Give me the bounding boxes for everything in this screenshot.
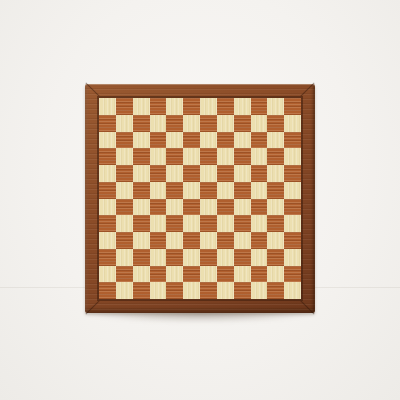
board-square-r3c11[interactable] <box>267 132 284 149</box>
board-square-r1c4[interactable] <box>150 98 167 115</box>
board-square-r6c2[interactable] <box>116 182 133 199</box>
board-square-r6c7[interactable] <box>200 182 217 199</box>
board-square-r7c10[interactable] <box>251 199 268 216</box>
board-square-r5c5[interactable] <box>166 165 183 182</box>
board-square-r5c6[interactable] <box>183 165 200 182</box>
board-square-r11c5[interactable] <box>166 266 183 283</box>
board-square-r5c7[interactable] <box>200 165 217 182</box>
board-square-r3c4[interactable] <box>150 132 167 149</box>
board-square-r10c3[interactable] <box>133 249 150 266</box>
board-square-r2c3[interactable] <box>133 115 150 132</box>
board-square-r6c9[interactable] <box>234 182 251 199</box>
board-square-r6c4[interactable] <box>150 182 167 199</box>
board-square-r4c5[interactable] <box>166 148 183 165</box>
board-square-r7c4[interactable] <box>150 199 167 216</box>
board-square-r2c9[interactable] <box>234 115 251 132</box>
board-square-r8c10[interactable] <box>251 215 268 232</box>
photo-background <box>0 0 400 400</box>
board-square-r12c8[interactable] <box>217 282 234 299</box>
game-board <box>85 84 315 313</box>
board-square-r12c11[interactable] <box>267 282 284 299</box>
board-square-r11c9[interactable] <box>234 266 251 283</box>
board-square-r3c3[interactable] <box>133 132 150 149</box>
board-square-r9c3[interactable] <box>133 232 150 249</box>
board-square-r7c11[interactable] <box>267 199 284 216</box>
board-square-r8c3[interactable] <box>133 215 150 232</box>
board-square-r10c10[interactable] <box>251 249 268 266</box>
board-square-r1c11[interactable] <box>267 98 284 115</box>
board-square-r6c8[interactable] <box>217 182 234 199</box>
board-square-r12c5[interactable] <box>166 282 183 299</box>
board-square-r1c8[interactable] <box>217 98 234 115</box>
board-square-r11c4[interactable] <box>150 266 167 283</box>
board-square-r11c3[interactable] <box>133 266 150 283</box>
board-square-r2c11[interactable] <box>267 115 284 132</box>
board-square-r2c6[interactable] <box>183 115 200 132</box>
board-square-r2c5[interactable] <box>166 115 183 132</box>
board-square-r11c1[interactable] <box>99 266 116 283</box>
board-square-r10c4[interactable] <box>150 249 167 266</box>
board-square-r11c10[interactable] <box>251 266 268 283</box>
board-square-r3c6[interactable] <box>183 132 200 149</box>
board-square-r11c12[interactable] <box>284 266 301 283</box>
board-square-r5c1[interactable] <box>99 165 116 182</box>
board-square-r5c9[interactable] <box>234 165 251 182</box>
board-square-r8c9[interactable] <box>234 215 251 232</box>
board-square-r7c1[interactable] <box>99 199 116 216</box>
board-square-r9c10[interactable] <box>251 232 268 249</box>
board-square-r9c12[interactable] <box>284 232 301 249</box>
board-square-r10c5[interactable] <box>166 249 183 266</box>
board-square-r9c6[interactable] <box>183 232 200 249</box>
miter-seam-bottom-right <box>300 300 314 314</box>
board-square-r2c2[interactable] <box>116 115 133 132</box>
board-square-r3c7[interactable] <box>200 132 217 149</box>
board-square-r9c8[interactable] <box>217 232 234 249</box>
board-square-r6c11[interactable] <box>267 182 284 199</box>
board-square-r8c11[interactable] <box>267 215 284 232</box>
board-square-r6c6[interactable] <box>183 182 200 199</box>
board-square-r3c10[interactable] <box>251 132 268 149</box>
miter-seam-top-left <box>85 82 99 96</box>
board-square-r12c1[interactable] <box>99 282 116 299</box>
board-square-r6c1[interactable] <box>99 182 116 199</box>
board-square-r7c12[interactable] <box>284 199 301 216</box>
board-grid <box>99 98 301 299</box>
board-square-r12c12[interactable] <box>284 282 301 299</box>
board-square-r5c3[interactable] <box>133 165 150 182</box>
board-square-r6c12[interactable] <box>284 182 301 199</box>
board-square-r10c6[interactable] <box>183 249 200 266</box>
board-square-r1c12[interactable] <box>284 98 301 115</box>
board-square-r9c1[interactable] <box>99 232 116 249</box>
board-square-r9c7[interactable] <box>200 232 217 249</box>
board-square-r4c8[interactable] <box>217 148 234 165</box>
board-square-r6c10[interactable] <box>251 182 268 199</box>
board-square-r9c11[interactable] <box>267 232 284 249</box>
board-square-r7c2[interactable] <box>116 199 133 216</box>
board-square-r7c6[interactable] <box>183 199 200 216</box>
board-square-r5c2[interactable] <box>116 165 133 182</box>
board-square-r4c11[interactable] <box>267 148 284 165</box>
board-square-r8c7[interactable] <box>200 215 217 232</box>
board-square-r10c11[interactable] <box>267 249 284 266</box>
board-square-r1c2[interactable] <box>116 98 133 115</box>
board-square-r5c10[interactable] <box>251 165 268 182</box>
board-square-r8c5[interactable] <box>166 215 183 232</box>
board-square-r12c2[interactable] <box>116 282 133 299</box>
board-square-r12c9[interactable] <box>234 282 251 299</box>
board-square-r9c9[interactable] <box>234 232 251 249</box>
board-square-r7c9[interactable] <box>234 199 251 216</box>
board-square-r7c3[interactable] <box>133 199 150 216</box>
board-square-r1c7[interactable] <box>200 98 217 115</box>
board-square-r1c3[interactable] <box>133 98 150 115</box>
board-square-r9c2[interactable] <box>116 232 133 249</box>
board-square-r5c12[interactable] <box>284 165 301 182</box>
board-square-r1c9[interactable] <box>234 98 251 115</box>
board-square-r4c1[interactable] <box>99 148 116 165</box>
board-square-r11c7[interactable] <box>200 266 217 283</box>
board-square-r9c4[interactable] <box>150 232 167 249</box>
board-square-r3c1[interactable] <box>99 132 116 149</box>
board-square-r12c10[interactable] <box>251 282 268 299</box>
board-square-r11c11[interactable] <box>267 266 284 283</box>
board-square-r10c8[interactable] <box>217 249 234 266</box>
board-square-r2c12[interactable] <box>284 115 301 132</box>
board-square-r8c4[interactable] <box>150 215 167 232</box>
board-square-r2c7[interactable] <box>200 115 217 132</box>
board-square-r4c3[interactable] <box>133 148 150 165</box>
board-square-r2c10[interactable] <box>251 115 268 132</box>
board-square-r11c2[interactable] <box>116 266 133 283</box>
board-square-r4c2[interactable] <box>116 148 133 165</box>
board-square-r5c4[interactable] <box>150 165 167 182</box>
board-square-r8c6[interactable] <box>183 215 200 232</box>
board-square-r8c12[interactable] <box>284 215 301 232</box>
board-square-r4c4[interactable] <box>150 148 167 165</box>
board-square-r7c5[interactable] <box>166 199 183 216</box>
miter-seam-bottom-left <box>85 300 99 314</box>
board-square-r4c10[interactable] <box>251 148 268 165</box>
board-square-r9c5[interactable] <box>166 232 183 249</box>
board-square-r10c7[interactable] <box>200 249 217 266</box>
board-square-r1c10[interactable] <box>251 98 268 115</box>
board-square-r2c1[interactable] <box>99 115 116 132</box>
board-square-r1c1[interactable] <box>99 98 116 115</box>
board-square-r5c8[interactable] <box>217 165 234 182</box>
board-square-r5c11[interactable] <box>267 165 284 182</box>
board-square-r4c9[interactable] <box>234 148 251 165</box>
board-square-r12c7[interactable] <box>200 282 217 299</box>
board-square-r3c2[interactable] <box>116 132 133 149</box>
board-square-r2c8[interactable] <box>217 115 234 132</box>
board-square-r3c5[interactable] <box>166 132 183 149</box>
board-square-r11c8[interactable] <box>217 266 234 283</box>
board-square-r3c9[interactable] <box>234 132 251 149</box>
board-square-r8c8[interactable] <box>217 215 234 232</box>
board-square-r10c1[interactable] <box>99 249 116 266</box>
board-square-r10c9[interactable] <box>234 249 251 266</box>
board-square-r7c8[interactable] <box>217 199 234 216</box>
board-square-r8c1[interactable] <box>99 215 116 232</box>
miter-seam-top-right <box>300 82 314 96</box>
board-square-r1c6[interactable] <box>183 98 200 115</box>
board-square-r3c8[interactable] <box>217 132 234 149</box>
board-square-r7c7[interactable] <box>200 199 217 216</box>
board-square-r6c5[interactable] <box>166 182 183 199</box>
board-square-r12c4[interactable] <box>150 282 167 299</box>
board-square-r4c12[interactable] <box>284 148 301 165</box>
board-square-r4c7[interactable] <box>200 148 217 165</box>
board-square-r2c4[interactable] <box>150 115 167 132</box>
board-square-r3c12[interactable] <box>284 132 301 149</box>
board-square-r1c5[interactable] <box>166 98 183 115</box>
board-square-r4c6[interactable] <box>183 148 200 165</box>
board-square-r10c2[interactable] <box>116 249 133 266</box>
board-square-r6c3[interactable] <box>133 182 150 199</box>
board-square-r12c3[interactable] <box>133 282 150 299</box>
board-square-r12c6[interactable] <box>183 282 200 299</box>
board-square-r8c2[interactable] <box>116 215 133 232</box>
board-square-r10c12[interactable] <box>284 249 301 266</box>
board-square-r11c6[interactable] <box>183 266 200 283</box>
